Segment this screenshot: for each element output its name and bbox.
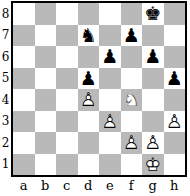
square-a6 <box>13 46 35 68</box>
rank-label-3: 3 <box>0 111 11 133</box>
file-label-a: a <box>13 177 35 192</box>
square-a7 <box>13 25 35 47</box>
square-b4 <box>35 89 57 111</box>
square-c3 <box>56 111 78 133</box>
square-a3 <box>13 111 35 133</box>
square-f2: ♟♙ <box>121 132 143 154</box>
black-pawn-piece: ♟ <box>101 47 118 66</box>
square-h7 <box>164 25 186 47</box>
square-f6 <box>121 46 143 68</box>
file-labels: a b c d e f g h <box>13 177 187 192</box>
square-g7 <box>142 25 164 47</box>
square-c6 <box>56 46 78 68</box>
square-c7 <box>56 25 78 47</box>
square-e4 <box>99 89 121 111</box>
square-c4 <box>56 89 78 111</box>
square-e6: ♟ <box>99 46 121 68</box>
square-b2 <box>35 132 57 154</box>
rank-label-7: 7 <box>0 25 11 47</box>
square-e5 <box>99 68 121 90</box>
white-king-piece: ♚♔ <box>144 155 161 174</box>
square-b8 <box>35 3 57 25</box>
square-h1 <box>164 154 186 176</box>
square-c1 <box>56 154 78 176</box>
rank-label-8: 8 <box>0 3 11 25</box>
file-label-h: h <box>164 177 186 192</box>
square-h5: ♟ <box>164 68 186 90</box>
square-f4: ♞♘ <box>121 89 143 111</box>
square-h4 <box>164 89 186 111</box>
file-label-f: f <box>121 177 143 192</box>
file-label-g: g <box>142 177 164 192</box>
rank-label-6: 6 <box>0 46 11 68</box>
square-b3 <box>35 111 57 133</box>
square-b5 <box>35 68 57 90</box>
square-d3 <box>78 111 100 133</box>
square-c2 <box>56 132 78 154</box>
black-knight-piece: ♞ <box>80 26 97 45</box>
white-knight-piece: ♞♘ <box>123 90 140 109</box>
chess-board: ♚♞♟♟♟♟♟♟♙♞♘♟♙♟♙♟♙♟♙♚♔ <box>11 1 187 177</box>
square-b1 <box>35 154 57 176</box>
square-h3: ♟♙ <box>164 111 186 133</box>
white-pawn-piece: ♟♙ <box>166 112 183 131</box>
square-d2 <box>78 132 100 154</box>
black-pawn-piece: ♟ <box>144 47 161 66</box>
rank-label-4: 4 <box>0 89 11 111</box>
square-a5 <box>13 68 35 90</box>
square-g5 <box>142 68 164 90</box>
black-king-piece: ♚ <box>144 4 161 23</box>
file-label-c: c <box>56 177 78 192</box>
square-d7: ♞ <box>78 25 100 47</box>
square-e2 <box>99 132 121 154</box>
white-pawn-piece: ♟♙ <box>101 112 118 131</box>
chess-diagram: 8 7 6 5 4 3 2 1 ♚♞♟♟♟♟♟♟♙♞♘♟♙♟♙♟♙♟♙♚♔ a … <box>0 1 187 192</box>
square-d4: ♟♙ <box>78 89 100 111</box>
square-g8: ♚ <box>142 3 164 25</box>
square-g4 <box>142 89 164 111</box>
black-pawn-piece: ♟ <box>80 69 97 88</box>
square-a2 <box>13 132 35 154</box>
square-e1 <box>99 154 121 176</box>
chess-diagram-page: 8 7 6 5 4 3 2 1 ♚♞♟♟♟♟♟♟♙♞♘♟♙♟♙♟♙♟♙♚♔ a … <box>0 0 190 196</box>
square-f3 <box>121 111 143 133</box>
black-pawn-piece: ♟ <box>123 26 140 45</box>
white-pawn-piece: ♟♙ <box>144 133 161 152</box>
square-c8 <box>56 3 78 25</box>
square-h8 <box>164 3 186 25</box>
square-h2 <box>164 132 186 154</box>
square-d1 <box>78 154 100 176</box>
square-f1 <box>121 154 143 176</box>
white-pawn-piece: ♟♙ <box>123 133 140 152</box>
square-f8 <box>121 3 143 25</box>
square-d6 <box>78 46 100 68</box>
square-b6 <box>35 46 57 68</box>
square-d8 <box>78 3 100 25</box>
file-label-b: b <box>35 177 57 192</box>
rank-label-2: 2 <box>0 132 11 154</box>
rank-labels: 8 7 6 5 4 3 2 1 <box>0 1 11 177</box>
square-g2: ♟♙ <box>142 132 164 154</box>
square-d5: ♟ <box>78 68 100 90</box>
rank-label-5: 5 <box>0 68 11 90</box>
file-label-d: d <box>78 177 100 192</box>
square-e3: ♟♙ <box>99 111 121 133</box>
square-e8 <box>99 3 121 25</box>
square-h6 <box>164 46 186 68</box>
file-label-e: e <box>99 177 121 192</box>
square-g1: ♚♔ <box>142 154 164 176</box>
square-a4 <box>13 89 35 111</box>
white-pawn-piece: ♟♙ <box>80 90 97 109</box>
square-a8 <box>13 3 35 25</box>
rank-label-1: 1 <box>0 154 11 176</box>
square-g6: ♟ <box>142 46 164 68</box>
square-e7 <box>99 25 121 47</box>
black-pawn-piece: ♟ <box>166 69 183 88</box>
square-g3 <box>142 111 164 133</box>
square-c5 <box>56 68 78 90</box>
square-a1 <box>13 154 35 176</box>
square-f7: ♟ <box>121 25 143 47</box>
square-b7 <box>35 25 57 47</box>
square-f5 <box>121 68 143 90</box>
